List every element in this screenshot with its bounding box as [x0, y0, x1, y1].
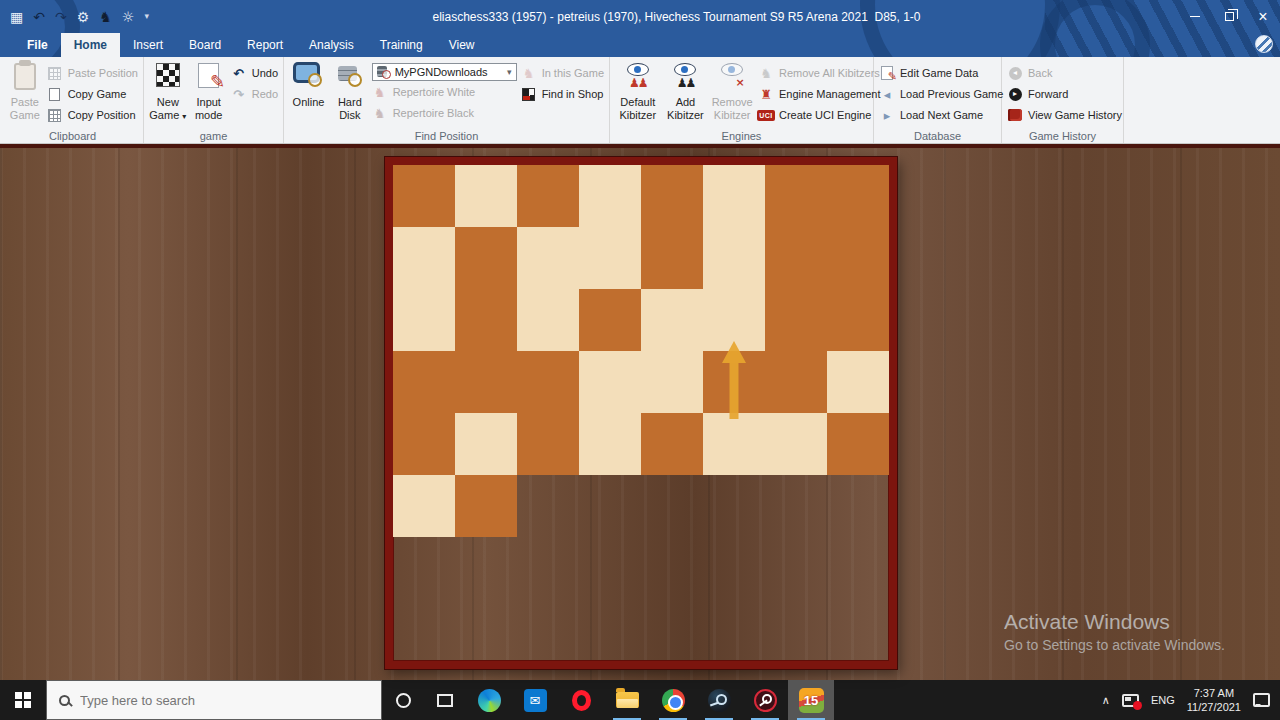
copy-game-button[interactable]: Copy Game: [47, 84, 138, 104]
database-search-icon: [377, 65, 391, 79]
window-title: eliaschess333 (1957) - petreius (1970), …: [175, 10, 1178, 24]
square-f1[interactable]: [393, 475, 455, 537]
taskbar-app-edge[interactable]: [466, 680, 512, 720]
edit-game-data-button[interactable]: ✎ Edit Game Data: [879, 63, 1003, 83]
group-label-database: Database: [874, 130, 1001, 142]
tab-board[interactable]: Board: [176, 33, 234, 57]
ribbon-tab-row: File Home Insert Board Report Analysis T…: [0, 33, 1280, 57]
undo-arrow-icon: ↶: [231, 65, 247, 81]
square-e8[interactable]: [579, 165, 641, 227]
square-a6[interactable]: [579, 227, 641, 289]
hard-disk-search-icon: [338, 63, 362, 87]
clock[interactable]: 7:37 AM 11/27/2021: [1187, 686, 1241, 714]
date: 11/27/2021: [1187, 700, 1241, 714]
pencil-icon: ✎: [888, 71, 897, 82]
repertoire-black-icon: ♞: [372, 105, 388, 121]
screen-recorder-tray-icon[interactable]: [1122, 694, 1139, 707]
square-d7[interactable]: [393, 227, 455, 289]
group-label-game: game: [144, 130, 283, 142]
square-f8[interactable]: [641, 165, 703, 227]
tab-report[interactable]: Report: [234, 33, 296, 57]
add-kibitzer-button[interactable]: ♟♟ Add Kibitzer: [665, 60, 707, 127]
remove-all-kibitzers-button[interactable]: ♞ Remove All Kibitzers: [758, 63, 868, 83]
restore-icon: [1225, 12, 1234, 21]
undo-icon[interactable]: ↶: [33, 10, 45, 24]
cortana-button[interactable]: [382, 680, 424, 720]
square-g5[interactable]: [579, 289, 641, 351]
taskbar-search[interactable]: [46, 680, 382, 720]
ribbon-group-database: ✎ Edit Game Data ◂ Load Previous Game ▸ …: [874, 57, 1002, 143]
load-next-game-button[interactable]: ▸ Load Next Game: [879, 105, 1003, 125]
square-d3[interactable]: [641, 351, 703, 413]
forward-circle-icon: ▸: [1009, 88, 1022, 101]
back-button[interactable]: ◂ Back: [1007, 63, 1122, 83]
redo-icon[interactable]: ↷: [55, 10, 67, 24]
engine-management-icon: ♜: [758, 86, 774, 102]
security-key-icon: [754, 689, 777, 712]
minimize-button[interactable]: [1178, 0, 1212, 33]
pgn-database-combobox[interactable]: MyPGNDownloads ▾: [372, 63, 517, 81]
activate-windows-watermark: Activate Windows Go to Settings to activ…: [1004, 610, 1225, 653]
next-arrow-icon: ▸: [879, 107, 895, 123]
repertoire-black-button[interactable]: ♞ Repertoire Black: [372, 103, 517, 123]
square-b5[interactable]: [393, 289, 455, 351]
combo-caret-icon: ▾: [507, 67, 512, 77]
square-d1[interactable]: [765, 413, 827, 475]
main-content: Activate Windows Go to Settings to activ…: [0, 144, 1280, 680]
dropdown-caret-icon: ▾: [182, 112, 186, 121]
window-controls: ×: [1178, 0, 1280, 33]
square-h8[interactable]: [765, 165, 827, 227]
edit-game-data-icon: ✎: [881, 66, 893, 80]
remove-all-kibitzers-icon: ♞: [758, 65, 774, 81]
redo-button[interactable]: ↷ Redo: [231, 84, 278, 104]
new-game-icon: [156, 63, 180, 87]
paste-position-icon: [48, 67, 61, 80]
bulb-icon[interactable]: ☼: [122, 10, 135, 24]
online-button[interactable]: Online: [289, 60, 328, 127]
system-tray: ∧ ENG 7:37 AM 11/27/2021: [1102, 680, 1280, 720]
default-kibitzer-button[interactable]: ♟♟ Default Kibitzer: [615, 60, 661, 127]
remove-kibitzer-button[interactable]: × Remove Kibitzer: [710, 60, 754, 127]
square-g3[interactable]: [765, 351, 827, 413]
square-h4[interactable]: [455, 351, 517, 413]
square-c5[interactable]: [455, 289, 517, 351]
find-in-shop-icon: [522, 88, 535, 101]
windows-logo-icon: [15, 692, 31, 708]
find-in-shop-button[interactable]: Find in Shop: [521, 84, 604, 104]
square-c2[interactable]: [455, 413, 517, 475]
tab-insert[interactable]: Insert: [120, 33, 176, 57]
start-button[interactable]: [0, 680, 46, 720]
remove-x-icon: ×: [736, 77, 745, 88]
window-header: ▦ ↶ ↷ ⚙ ♞ ☼ ▾ eliaschess333 (1957) - pet…: [0, 0, 1280, 57]
ribbon-group-find-position: Online Hard Disk MyPGNDownloads ▾ ♞ Repe…: [284, 57, 610, 143]
chrome-icon: [662, 689, 685, 712]
tray-chevron-icon[interactable]: ∧: [1102, 694, 1110, 707]
close-button[interactable]: ×: [1246, 0, 1280, 33]
copy-game-icon: [49, 88, 60, 101]
ribbon: Paste Game Paste Position Copy Game Copy…: [0, 57, 1280, 144]
quick-access-toolbar: ▦ ↶ ↷ ⚙ ♞ ☼ ▾: [0, 10, 175, 24]
ribbon-group-game: New Game ▾ ✎ Input mode ↶ Undo ↷ Redo ga…: [144, 57, 284, 143]
black-pieces-icon: ♟♟: [677, 77, 695, 89]
notification-center-icon[interactable]: [1253, 693, 1270, 707]
previous-arrow-icon: ◂: [879, 86, 895, 102]
tab-file[interactable]: File: [14, 33, 61, 57]
redo-arrow-icon: ↷: [231, 86, 247, 102]
square-f7[interactable]: [517, 227, 579, 289]
engine-gear-icon[interactable]: ⚙: [77, 10, 90, 24]
clipboard-icon: [14, 63, 36, 90]
square-d6[interactable]: [765, 227, 827, 289]
uci-icon: UCI: [757, 110, 775, 121]
search-icon: [59, 695, 70, 706]
ribbon-group-engines: ♟♟ Default Kibitzer ♟♟ Add Kibitzer × Re…: [610, 57, 874, 143]
tab-view[interactable]: View: [436, 33, 488, 57]
square-b8[interactable]: [393, 165, 455, 227]
minimize-icon: [1190, 16, 1200, 18]
back-circle-icon: ◂: [1009, 67, 1022, 80]
history-book-icon: [1008, 109, 1022, 121]
engine-management-button[interactable]: ♜ Engine Management: [758, 84, 868, 104]
square-b4[interactable]: [765, 289, 827, 351]
screen: ▦ ↶ ↷ ⚙ ♞ ☼ ▾ eliaschess333 (1957) - pet…: [0, 0, 1280, 720]
paste-position-button[interactable]: Paste Position: [47, 63, 138, 83]
square-d4[interactable]: [827, 289, 889, 351]
square-d8[interactable]: [517, 165, 579, 227]
square-a3[interactable]: [517, 351, 579, 413]
square-c8[interactable]: [455, 165, 517, 227]
undo-button[interactable]: ↶ Undo: [231, 63, 278, 83]
square-e2[interactable]: [579, 413, 641, 475]
create-uci-engine-button[interactable]: UCI Create UCI Engine: [758, 105, 868, 125]
taskbar-app-file-explorer[interactable]: [604, 680, 650, 720]
square-h5[interactable]: [641, 289, 703, 351]
group-label-game-history: Game History: [1002, 130, 1123, 142]
group-label-find-position: Find Position: [284, 130, 609, 142]
online-search-icon: [296, 63, 322, 87]
in-this-game-icon: ♞: [521, 65, 537, 81]
eye-icon: [627, 63, 649, 76]
square-f4[interactable]: [393, 351, 455, 413]
eye-icon: [674, 63, 696, 76]
ribbon-group-clipboard: Paste Game Paste Position Copy Game Copy…: [2, 57, 144, 143]
square-g1[interactable]: [455, 475, 517, 537]
search-input[interactable]: [80, 693, 340, 708]
square-a5[interactable]: [827, 227, 889, 289]
tab-training[interactable]: Training: [367, 33, 436, 57]
group-label-engines: Engines: [610, 130, 873, 142]
square-h2[interactable]: [641, 413, 703, 475]
paste-game-button[interactable]: Paste Game: [7, 60, 43, 127]
square-c6[interactable]: [703, 227, 765, 289]
taskbar-app-key[interactable]: [742, 680, 788, 720]
square-f5[interactable]: [517, 289, 579, 351]
repertoire-white-button[interactable]: ♞ Repertoire White: [372, 82, 517, 102]
task-view-button[interactable]: [424, 680, 466, 720]
square-b6[interactable]: [641, 227, 703, 289]
tab-analysis[interactable]: Analysis: [296, 33, 367, 57]
time: 7:37 AM: [1187, 686, 1241, 700]
ribbon-group-game-history: ◂ Back ▸ Forward View Game History Game …: [1002, 57, 1124, 143]
language-indicator[interactable]: ENG: [1151, 694, 1175, 706]
file-explorer-icon: [616, 692, 639, 708]
chess-board: [385, 157, 897, 669]
taskbar-app-steam[interactable]: [696, 680, 742, 720]
load-previous-game-button[interactable]: ◂ Load Previous Game: [879, 84, 1003, 104]
more-icon[interactable]: ▾: [144, 12, 149, 21]
square-b1[interactable]: [703, 413, 765, 475]
mail-icon: ✉: [524, 689, 547, 712]
in-this-game-button[interactable]: ♞ In this Game: [521, 63, 604, 83]
eye-icon: [721, 63, 743, 76]
taskbar-app-active-15[interactable]: 15: [788, 680, 834, 720]
knight-piece-icon[interactable]: ♞: [99, 10, 112, 24]
steam-icon: [708, 689, 731, 712]
opera-icon: [572, 690, 591, 711]
board-container: [385, 157, 897, 669]
square-h3[interactable]: [827, 351, 889, 413]
active-app-15-icon: 15: [799, 688, 824, 713]
tab-home[interactable]: Home: [61, 33, 120, 57]
board-window-icon[interactable]: ▦: [10, 10, 23, 24]
square-g8[interactable]: [703, 165, 765, 227]
square-b3[interactable]: [579, 351, 641, 413]
taskbar-app-chrome[interactable]: [650, 680, 696, 720]
square-c7[interactable]: [827, 165, 889, 227]
hard-disk-button[interactable]: Hard Disk: [332, 60, 368, 127]
square-e7[interactable]: [455, 227, 517, 289]
title-bar: ▦ ↶ ↷ ⚙ ♞ ☼ ▾ eliaschess333 (1957) - pet…: [0, 0, 1280, 33]
close-icon: ×: [1258, 9, 1267, 25]
square-e3[interactable]: [703, 351, 765, 413]
taskbar: ✉ 15 ∧ ENG 7:37 AM 11/27/2021: [0, 680, 1280, 720]
square-a4[interactable]: [703, 289, 765, 351]
new-game-button[interactable]: New Game ▾: [149, 60, 187, 127]
square-e1[interactable]: [827, 413, 889, 475]
pencil-icon: ✎: [210, 73, 225, 91]
square-d2[interactable]: [517, 413, 579, 475]
forward-button[interactable]: ▸ Forward: [1007, 84, 1122, 104]
repertoire-white-icon: ♞: [372, 84, 388, 100]
copy-position-icon: [48, 109, 61, 122]
input-mode-button[interactable]: ✎ Input mode: [191, 60, 227, 127]
square-b2[interactable]: [393, 413, 455, 475]
taskbar-app-opera[interactable]: [558, 680, 604, 720]
task-view-icon: [437, 694, 453, 707]
group-label-clipboard: Clipboard: [2, 130, 143, 142]
restore-button[interactable]: [1212, 0, 1246, 33]
view-game-history-button[interactable]: View Game History: [1007, 105, 1122, 125]
input-mode-icon: ✎: [198, 63, 219, 88]
copy-position-button[interactable]: Copy Position: [47, 105, 138, 125]
help-globe-icon[interactable]: [1255, 35, 1273, 53]
cortana-icon: [396, 693, 411, 708]
taskbar-app-mail[interactable]: ✉: [512, 680, 558, 720]
edge-icon: [478, 689, 501, 712]
red-pieces-icon: ♟♟: [629, 77, 647, 89]
